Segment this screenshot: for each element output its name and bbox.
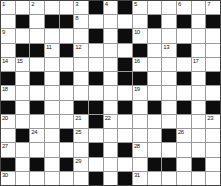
- white-cell[interactable]: [162, 172, 176, 185]
- white-cell[interactable]: [162, 1, 176, 14]
- white-cell[interactable]: [177, 58, 191, 71]
- white-cell[interactable]: [192, 86, 206, 99]
- white-cell[interactable]: [162, 58, 176, 71]
- black-cell: [118, 143, 132, 156]
- white-cell[interactable]: 7: [206, 1, 220, 14]
- white-cell[interactable]: 10: [133, 29, 147, 42]
- black-cell: [148, 15, 162, 28]
- clue-number: 6: [178, 1, 181, 8]
- white-cell[interactable]: [45, 72, 59, 85]
- white-cell[interactable]: [192, 29, 206, 42]
- white-cell[interactable]: [118, 15, 132, 28]
- white-cell[interactable]: [104, 129, 118, 142]
- white-cell[interactable]: [206, 29, 220, 42]
- white-cell[interactable]: [60, 101, 74, 114]
- white-cell[interactable]: 25: [74, 129, 88, 142]
- black-cell: [30, 101, 44, 114]
- clue-number: 21: [75, 115, 81, 122]
- white-cell[interactable]: [118, 158, 132, 171]
- white-cell[interactable]: [16, 158, 30, 171]
- white-cell[interactable]: 8: [74, 15, 88, 28]
- white-cell[interactable]: [74, 58, 88, 71]
- clue-number: 9: [2, 29, 5, 36]
- white-cell[interactable]: [192, 1, 206, 14]
- white-cell[interactable]: [104, 101, 118, 114]
- white-cell[interactable]: [118, 86, 132, 99]
- black-cell: [89, 143, 103, 156]
- white-cell[interactable]: [104, 86, 118, 99]
- white-cell[interactable]: [177, 115, 191, 128]
- white-cell[interactable]: [162, 86, 176, 99]
- white-cell[interactable]: [30, 143, 44, 156]
- white-cell[interactable]: 16: [133, 58, 147, 71]
- clue-number: 13: [163, 44, 169, 51]
- white-cell[interactable]: [60, 86, 74, 99]
- white-cell[interactable]: [45, 1, 59, 14]
- black-cell: [89, 72, 103, 85]
- clue-number: 30: [2, 172, 8, 179]
- white-cell[interactable]: [133, 101, 147, 114]
- white-cell[interactable]: [45, 115, 59, 128]
- white-cell[interactable]: 28: [133, 143, 147, 156]
- white-cell[interactable]: [30, 15, 44, 28]
- white-cell[interactable]: [162, 29, 176, 42]
- black-cell: [60, 158, 74, 171]
- white-cell[interactable]: [30, 29, 44, 42]
- black-cell: [177, 15, 191, 28]
- white-cell[interactable]: [148, 58, 162, 71]
- white-cell[interactable]: [148, 29, 162, 42]
- black-cell: [30, 44, 44, 57]
- black-cell: [45, 15, 59, 28]
- black-cell: [89, 101, 103, 114]
- black-cell: [118, 58, 132, 71]
- white-cell[interactable]: [206, 129, 220, 142]
- black-cell: [118, 172, 132, 185]
- white-cell[interactable]: [104, 58, 118, 71]
- white-cell[interactable]: [148, 129, 162, 142]
- black-cell: [133, 44, 147, 57]
- clue-number: 5: [134, 1, 137, 8]
- black-cell: [177, 101, 191, 114]
- white-cell[interactable]: 11: [45, 44, 59, 57]
- clue-number: 1: [2, 1, 5, 8]
- white-cell[interactable]: [60, 29, 74, 42]
- white-cell[interactable]: 17: [192, 58, 206, 71]
- white-cell[interactable]: [45, 101, 59, 114]
- white-cell[interactable]: 31: [133, 172, 147, 185]
- white-cell[interactable]: [16, 101, 30, 114]
- white-cell[interactable]: 4: [104, 1, 118, 14]
- clue-number: 4: [105, 1, 108, 8]
- black-cell: [192, 158, 206, 171]
- white-cell[interactable]: [192, 115, 206, 128]
- black-cell: [74, 101, 88, 114]
- black-cell: [206, 15, 220, 28]
- white-cell[interactable]: [162, 115, 176, 128]
- white-cell[interactable]: [206, 58, 220, 71]
- clue-number: 25: [75, 129, 81, 136]
- white-cell[interactable]: 29: [74, 158, 88, 171]
- black-cell: [148, 101, 162, 114]
- black-cell: [30, 72, 44, 85]
- white-cell[interactable]: 3: [74, 1, 88, 14]
- white-cell[interactable]: 2: [30, 1, 44, 14]
- clue-number: 27: [2, 143, 8, 150]
- black-cell: [16, 15, 30, 28]
- black-cell: [60, 15, 74, 28]
- crossword-grid: 1234567891011121314151617181920212223242…: [0, 0, 221, 186]
- clue-number: 7: [207, 1, 210, 8]
- black-cell: [60, 44, 74, 57]
- clue-number: 14: [2, 58, 8, 65]
- clue-number: 16: [134, 58, 140, 65]
- white-cell[interactable]: [148, 44, 162, 57]
- black-cell: [177, 72, 191, 85]
- white-cell[interactable]: 30: [1, 172, 15, 185]
- white-cell[interactable]: [177, 172, 191, 185]
- black-cell: [133, 72, 147, 85]
- black-cell: [30, 158, 44, 171]
- black-cell: [148, 158, 162, 171]
- black-cell: [118, 29, 132, 42]
- white-cell[interactable]: [89, 158, 103, 171]
- white-cell[interactable]: 24: [30, 129, 44, 142]
- white-cell[interactable]: 23: [206, 115, 220, 128]
- white-cell[interactable]: [192, 129, 206, 142]
- white-cell[interactable]: 18: [1, 86, 15, 99]
- white-cell[interactable]: [89, 15, 103, 28]
- white-cell[interactable]: [60, 143, 74, 156]
- white-cell[interactable]: 15: [16, 58, 30, 71]
- white-cell[interactable]: 27: [1, 143, 15, 156]
- black-cell: [60, 129, 74, 142]
- white-cell[interactable]: [177, 29, 191, 42]
- clue-number: 31: [134, 172, 140, 179]
- white-cell[interactable]: [16, 72, 30, 85]
- white-cell[interactable]: [45, 86, 59, 99]
- white-cell[interactable]: [60, 115, 74, 128]
- white-cell[interactable]: [30, 58, 44, 71]
- white-cell[interactable]: [45, 158, 59, 171]
- white-cell[interactable]: [74, 172, 88, 185]
- white-cell[interactable]: 26: [177, 129, 191, 142]
- white-cell[interactable]: [1, 15, 15, 28]
- black-cell: [89, 1, 103, 14]
- white-cell[interactable]: [60, 1, 74, 14]
- white-cell[interactable]: 22: [104, 115, 118, 128]
- white-cell[interactable]: 19: [133, 86, 147, 99]
- white-cell[interactable]: 5: [133, 1, 147, 14]
- black-cell: [89, 115, 103, 128]
- white-cell[interactable]: [206, 44, 220, 57]
- clue-number: 10: [134, 29, 140, 36]
- white-cell[interactable]: [162, 101, 176, 114]
- white-cell[interactable]: [162, 143, 176, 156]
- clue-number: 12: [75, 44, 81, 51]
- white-cell[interactable]: [16, 115, 30, 128]
- white-cell[interactable]: 14: [1, 58, 15, 71]
- white-cell[interactable]: [16, 86, 30, 99]
- white-cell[interactable]: [104, 172, 118, 185]
- clue-number: 22: [105, 115, 111, 122]
- black-cell: [177, 44, 191, 57]
- white-cell[interactable]: [192, 44, 206, 57]
- white-cell[interactable]: [192, 72, 206, 85]
- white-cell[interactable]: [74, 72, 88, 85]
- white-cell[interactable]: [162, 72, 176, 85]
- white-cell[interactable]: 6: [177, 1, 191, 14]
- clue-number: 29: [75, 158, 81, 165]
- black-cell: [118, 72, 132, 85]
- white-cell[interactable]: [104, 44, 118, 57]
- white-cell[interactable]: [206, 86, 220, 99]
- white-cell[interactable]: [148, 115, 162, 128]
- white-cell[interactable]: [148, 143, 162, 156]
- clue-number: 20: [2, 115, 8, 122]
- white-cell[interactable]: [118, 44, 132, 57]
- black-cell: [89, 29, 103, 42]
- white-cell[interactable]: [1, 129, 15, 142]
- black-cell: [89, 172, 103, 185]
- clue-number: 8: [75, 15, 78, 22]
- white-cell[interactable]: [1, 44, 15, 57]
- white-cell[interactable]: [30, 86, 44, 99]
- white-cell[interactable]: [74, 86, 88, 99]
- white-cell[interactable]: [192, 172, 206, 185]
- white-cell[interactable]: [60, 58, 74, 71]
- white-cell[interactable]: 21: [74, 115, 88, 128]
- white-cell[interactable]: 13: [162, 44, 176, 57]
- white-cell[interactable]: 20: [1, 115, 15, 128]
- white-cell[interactable]: 9: [1, 29, 15, 42]
- white-cell[interactable]: [104, 15, 118, 28]
- white-cell[interactable]: [192, 101, 206, 114]
- white-cell[interactable]: [148, 72, 162, 85]
- white-cell[interactable]: [104, 72, 118, 85]
- clue-number: 24: [31, 129, 37, 136]
- white-cell[interactable]: [148, 172, 162, 185]
- white-cell[interactable]: [74, 29, 88, 42]
- white-cell[interactable]: [133, 129, 147, 142]
- black-cell: [16, 44, 30, 57]
- black-cell: [60, 72, 74, 85]
- white-cell[interactable]: [45, 143, 59, 156]
- white-cell[interactable]: [45, 58, 59, 71]
- white-cell[interactable]: [118, 129, 132, 142]
- white-cell[interactable]: [74, 143, 88, 156]
- white-cell[interactable]: 12: [74, 44, 88, 57]
- white-cell[interactable]: [192, 143, 206, 156]
- black-cell: [1, 72, 15, 85]
- clue-number: 26: [178, 129, 184, 136]
- white-cell[interactable]: [206, 158, 220, 171]
- clue-number: 3: [75, 1, 78, 8]
- white-cell[interactable]: [16, 29, 30, 42]
- white-cell[interactable]: [177, 86, 191, 99]
- white-cell[interactable]: [177, 143, 191, 156]
- black-cell: [1, 101, 15, 114]
- clue-number: 23: [207, 115, 213, 122]
- white-cell[interactable]: [104, 143, 118, 156]
- clue-number: 11: [46, 44, 51, 51]
- black-cell: [206, 72, 220, 85]
- clue-number: 28: [134, 143, 140, 150]
- white-cell[interactable]: [16, 1, 30, 14]
- white-cell[interactable]: [177, 158, 191, 171]
- white-cell[interactable]: [45, 172, 59, 185]
- white-cell[interactable]: [60, 172, 74, 185]
- white-cell[interactable]: [16, 172, 30, 185]
- clue-number: 17: [193, 58, 199, 65]
- black-cell: [118, 1, 132, 14]
- white-cell[interactable]: [206, 172, 220, 185]
- black-cell: [206, 101, 220, 114]
- black-cell: [162, 158, 176, 171]
- white-cell[interactable]: [89, 58, 103, 71]
- white-cell[interactable]: [148, 1, 162, 14]
- clue-number: 18: [2, 86, 8, 93]
- white-cell[interactable]: [206, 143, 220, 156]
- clue-number: 15: [17, 58, 23, 65]
- black-cell: [16, 129, 30, 142]
- black-cell: [118, 101, 132, 114]
- white-cell[interactable]: [133, 158, 147, 171]
- white-cell[interactable]: [192, 15, 206, 28]
- white-cell[interactable]: [104, 158, 118, 171]
- white-cell[interactable]: 1: [1, 1, 15, 14]
- white-cell[interactable]: [45, 29, 59, 42]
- white-cell[interactable]: [89, 44, 103, 57]
- white-cell[interactable]: [16, 143, 30, 156]
- black-cell: [1, 158, 15, 171]
- white-cell[interactable]: [133, 115, 147, 128]
- clue-number: 2: [31, 1, 34, 8]
- white-cell[interactable]: [89, 129, 103, 142]
- white-cell[interactable]: [30, 172, 44, 185]
- white-cell[interactable]: [148, 86, 162, 99]
- black-cell: [162, 129, 176, 142]
- white-cell[interactable]: [30, 115, 44, 128]
- white-cell[interactable]: [89, 86, 103, 99]
- white-cell[interactable]: [118, 115, 132, 128]
- white-cell[interactable]: [162, 15, 176, 28]
- white-cell[interactable]: [133, 15, 147, 28]
- clue-number: 19: [134, 86, 140, 93]
- white-cell[interactable]: [104, 29, 118, 42]
- white-cell[interactable]: [45, 129, 59, 142]
